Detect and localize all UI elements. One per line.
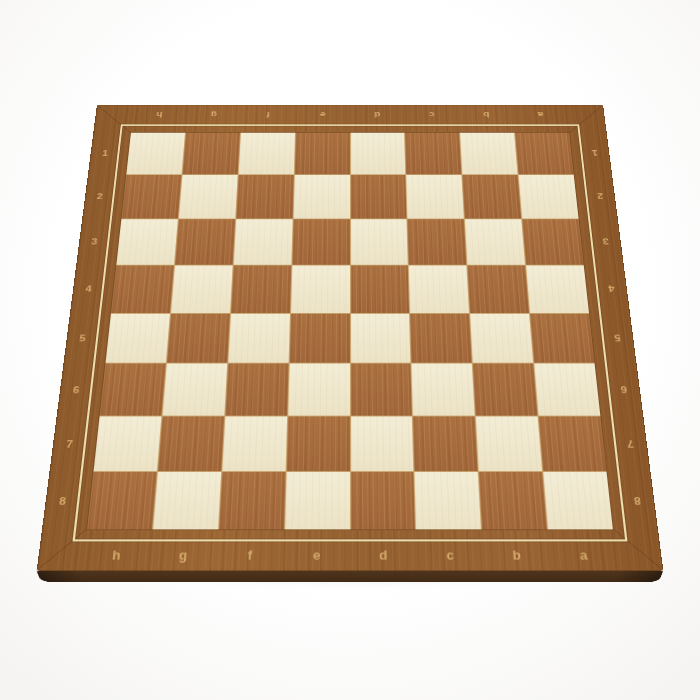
square-g7[interactable] (158, 417, 224, 471)
file-label-bottom-2: f (216, 539, 284, 571)
file-label-bottom-6: b (483, 539, 552, 571)
file-label-top-2: f (240, 105, 295, 126)
file-label-top-3: e (295, 105, 350, 126)
file-label-bottom-4: d (350, 539, 417, 571)
square-b4[interactable] (468, 265, 529, 312)
file-label-bottom-7: a (549, 539, 619, 571)
square-a3[interactable] (522, 219, 583, 264)
square-h1[interactable] (126, 133, 185, 175)
square-e3[interactable] (292, 219, 350, 264)
square-f4[interactable] (231, 265, 291, 312)
square-e7[interactable] (286, 417, 349, 471)
square-f3[interactable] (233, 219, 292, 264)
file-label-bottom-3: e (283, 539, 350, 571)
square-d7[interactable] (351, 417, 414, 471)
square-f6[interactable] (225, 364, 288, 416)
file-label-top-5: c (404, 105, 459, 126)
square-h2[interactable] (121, 175, 181, 218)
square-h7[interactable] (94, 417, 162, 471)
square-d8[interactable] (351, 472, 416, 529)
square-d1[interactable] (350, 133, 405, 175)
square-g4[interactable] (171, 265, 232, 312)
square-f2[interactable] (236, 175, 294, 218)
board-side-edge (37, 571, 664, 582)
square-d2[interactable] (350, 175, 406, 218)
square-a2[interactable] (519, 175, 579, 218)
file-label-top-0: h (131, 105, 188, 126)
square-b6[interactable] (473, 364, 538, 416)
square-e8[interactable] (285, 472, 350, 529)
file-label-bottom-5: c (416, 539, 484, 571)
square-b3[interactable] (465, 219, 525, 264)
file-label-bottom-0: h (81, 539, 151, 571)
square-c4[interactable] (409, 265, 469, 312)
photo-scene: hgfedcba hgfedcba 12345678 12345678 (70, 33, 630, 593)
square-c8[interactable] (415, 472, 481, 529)
playing-field (86, 132, 614, 530)
square-c7[interactable] (413, 417, 478, 471)
square-a6[interactable] (534, 364, 600, 416)
square-e1[interactable] (294, 133, 349, 175)
square-h6[interactable] (100, 364, 166, 416)
square-d3[interactable] (350, 219, 408, 264)
square-f8[interactable] (219, 472, 285, 529)
file-label-bottom-1: g (149, 539, 218, 571)
square-g6[interactable] (162, 364, 227, 416)
square-a7[interactable] (539, 417, 607, 471)
square-b7[interactable] (476, 417, 542, 471)
file-labels-top: hgfedcba (131, 105, 569, 126)
square-b2[interactable] (463, 175, 522, 218)
square-d6[interactable] (351, 364, 413, 416)
square-g1[interactable] (182, 133, 239, 175)
file-labels-bottom: hgfedcba (81, 539, 618, 571)
square-h3[interactable] (116, 219, 177, 264)
square-e4[interactable] (291, 265, 350, 312)
square-g3[interactable] (175, 219, 235, 264)
square-c3[interactable] (408, 219, 467, 264)
square-a4[interactable] (526, 265, 589, 312)
square-e6[interactable] (288, 364, 350, 416)
chess-board: hgfedcba hgfedcba 12345678 12345678 (37, 105, 664, 571)
square-b1[interactable] (460, 133, 517, 175)
square-g8[interactable] (153, 472, 221, 529)
square-a8[interactable] (543, 472, 613, 529)
square-f1[interactable] (238, 133, 294, 175)
square-c1[interactable] (405, 133, 461, 175)
square-h8[interactable] (87, 472, 157, 529)
square-h4[interactable] (111, 265, 174, 312)
square-e2[interactable] (293, 175, 349, 218)
square-a1[interactable] (515, 133, 574, 175)
file-label-top-6: b (458, 105, 514, 126)
square-g2[interactable] (179, 175, 238, 218)
file-label-top-4: d (350, 105, 405, 126)
square-b8[interactable] (479, 472, 547, 529)
square-d4[interactable] (350, 265, 409, 312)
square-f7[interactable] (222, 417, 287, 471)
square-c2[interactable] (407, 175, 465, 218)
file-label-top-7: a (513, 105, 570, 126)
file-label-top-1: g (186, 105, 242, 126)
square-c6[interactable] (412, 364, 475, 416)
